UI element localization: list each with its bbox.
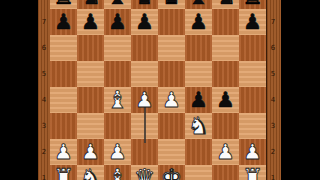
square-c2[interactable]: ♟ (104, 139, 131, 165)
square-c8[interactable]: ♝ (104, 0, 131, 9)
square-d7[interactable]: ♟ (131, 9, 158, 35)
square-b6[interactable] (77, 35, 104, 61)
square-b2[interactable]: ♟ (77, 139, 104, 165)
rank-label-2-left: 2 (39, 148, 49, 156)
piece-white-king-e1[interactable]: ♚ (161, 165, 183, 180)
square-h5[interactable] (239, 61, 266, 87)
square-b8[interactable]: ♞ (77, 0, 104, 9)
square-h1[interactable]: ♜ (239, 165, 266, 180)
square-a1[interactable]: ♜ (50, 165, 77, 180)
square-d4[interactable]: ♟ (131, 87, 158, 113)
square-e5[interactable] (158, 61, 185, 87)
square-c4[interactable]: ♝ (104, 87, 131, 113)
rank-label-1-left: 1 (39, 174, 49, 180)
piece-white-pawn-e4[interactable]: ♟ (162, 87, 181, 113)
piece-black-queen-d8[interactable]: ♛ (134, 0, 156, 9)
piece-black-pawn-a7[interactable]: ♟ (54, 9, 73, 35)
square-f2[interactable] (185, 139, 212, 165)
piece-black-pawn-b7[interactable]: ♟ (81, 9, 100, 35)
square-c1[interactable]: ♝ (104, 165, 131, 180)
square-a6[interactable] (50, 35, 77, 61)
piece-black-rook-h8[interactable]: ♜ (242, 0, 264, 9)
square-a8[interactable]: ♜ (50, 0, 77, 9)
square-b1[interactable]: ♞ (77, 165, 104, 180)
rank-label-5-left: 5 (39, 70, 49, 78)
piece-white-rook-a1[interactable]: ♜ (53, 165, 75, 180)
square-f1[interactable] (185, 165, 212, 180)
square-f6[interactable] (185, 35, 212, 61)
square-g6[interactable] (212, 35, 239, 61)
piece-black-bishop-f8[interactable]: ♝ (188, 0, 210, 9)
square-a7[interactable]: ♟ (50, 9, 77, 35)
square-h8[interactable]: ♜ (239, 0, 266, 9)
piece-white-pawn-h2[interactable]: ♟ (243, 139, 262, 165)
square-b7[interactable]: ♟ (77, 9, 104, 35)
square-c7[interactable]: ♟ (104, 9, 131, 35)
piece-white-knight-f3[interactable]: ♞ (188, 113, 210, 139)
piece-white-pawn-d4[interactable]: ♟ (135, 87, 154, 113)
square-g3[interactable] (212, 113, 239, 139)
letterbox-right (281, 0, 320, 180)
letterbox-left (0, 0, 38, 180)
square-c5[interactable] (104, 61, 131, 87)
square-g2[interactable]: ♟ (212, 139, 239, 165)
rank-label-4-right: 4 (268, 96, 278, 104)
square-g7[interactable] (212, 9, 239, 35)
square-f3[interactable]: ♞ (185, 113, 212, 139)
rank-label-3-right: 3 (268, 122, 278, 130)
piece-black-pawn-g4[interactable]: ♟ (216, 87, 235, 113)
square-e1[interactable]: ♚ (158, 165, 185, 180)
square-a4[interactable] (50, 87, 77, 113)
square-e7[interactable] (158, 9, 185, 35)
rank-label-7-right: 7 (268, 18, 278, 26)
piece-white-pawn-c2[interactable]: ♟ (108, 139, 127, 165)
piece-black-rook-a8[interactable]: ♜ (53, 0, 75, 9)
rank-label-2-right: 2 (268, 148, 278, 156)
square-b3[interactable] (77, 113, 104, 139)
square-e3[interactable] (158, 113, 185, 139)
square-g8[interactable]: ♞ (212, 0, 239, 9)
square-a2[interactable]: ♟ (50, 139, 77, 165)
piece-white-rook-h1[interactable]: ♜ (242, 165, 264, 180)
piece-black-pawn-h7[interactable]: ♟ (243, 9, 262, 35)
square-e2[interactable] (158, 139, 185, 165)
square-h2[interactable]: ♟ (239, 139, 266, 165)
piece-black-pawn-f7[interactable]: ♟ (189, 9, 208, 35)
rank-label-6-right: 6 (268, 44, 278, 52)
square-e4[interactable]: ♟ (158, 87, 185, 113)
piece-white-queen-d1[interactable]: ♛ (134, 165, 156, 180)
rank-label-5-right: 5 (268, 70, 278, 78)
square-a5[interactable] (50, 61, 77, 87)
square-g4[interactable]: ♟ (212, 87, 239, 113)
square-g1[interactable] (212, 165, 239, 180)
square-d8[interactable]: ♛ (131, 0, 158, 9)
square-d5[interactable] (131, 61, 158, 87)
square-f5[interactable] (185, 61, 212, 87)
piece-white-pawn-a2[interactable]: ♟ (54, 139, 73, 165)
square-h4[interactable] (239, 87, 266, 113)
rank-label-6-left: 6 (39, 44, 49, 52)
rank-label-1-right: 1 (268, 174, 278, 180)
square-e8[interactable]: ♚ (158, 0, 185, 9)
piece-black-knight-g8[interactable]: ♞ (215, 0, 237, 9)
rank-label-7-left: 7 (39, 18, 49, 26)
piece-black-pawn-c7[interactable]: ♟ (108, 9, 127, 35)
piece-black-king-e8[interactable]: ♚ (161, 0, 183, 9)
square-f7[interactable]: ♟ (185, 9, 212, 35)
square-f4[interactable]: ♟ (185, 87, 212, 113)
chess-board[interactable]: ♜♞♝♛♚♝♞♜♟♟♟♟♟♟♝♟♟♟♟♞♟♟♟♟♟♜♞♝♛♚♜ (50, 0, 266, 180)
square-b5[interactable] (77, 61, 104, 87)
square-h6[interactable] (239, 35, 266, 61)
square-f8[interactable]: ♝ (185, 0, 212, 9)
piece-black-pawn-d7[interactable]: ♟ (135, 9, 154, 35)
square-d2[interactable] (131, 139, 158, 165)
piece-white-bishop-c4[interactable]: ♝ (107, 87, 129, 113)
rank-label-4-left: 4 (39, 96, 49, 104)
square-c6[interactable] (104, 35, 131, 61)
square-g5[interactable] (212, 61, 239, 87)
square-h7[interactable]: ♟ (239, 9, 266, 35)
piece-white-knight-b1[interactable]: ♞ (80, 165, 102, 180)
rank-label-3-left: 3 (39, 122, 49, 130)
square-h3[interactable] (239, 113, 266, 139)
square-b4[interactable] (77, 87, 104, 113)
piece-black-pawn-f4[interactable]: ♟ (189, 87, 208, 113)
square-c3[interactable] (104, 113, 131, 139)
square-d1[interactable]: ♛ (131, 165, 158, 180)
piece-black-knight-b8[interactable]: ♞ (80, 0, 102, 9)
piece-white-bishop-c1[interactable]: ♝ (107, 165, 129, 180)
square-d6[interactable] (131, 35, 158, 61)
piece-white-pawn-g2[interactable]: ♟ (216, 139, 235, 165)
square-d3[interactable] (131, 113, 158, 139)
piece-white-pawn-b2[interactable]: ♟ (81, 139, 100, 165)
square-a3[interactable] (50, 113, 77, 139)
square-e6[interactable] (158, 35, 185, 61)
piece-black-bishop-c8[interactable]: ♝ (107, 0, 129, 9)
chess-app-window: ♜♞♝♛♚♝♞♜♟♟♟♟♟♟♝♟♟♟♟♞♟♟♟♟♟♜♞♝♛♚♜ 77665544… (0, 0, 320, 180)
